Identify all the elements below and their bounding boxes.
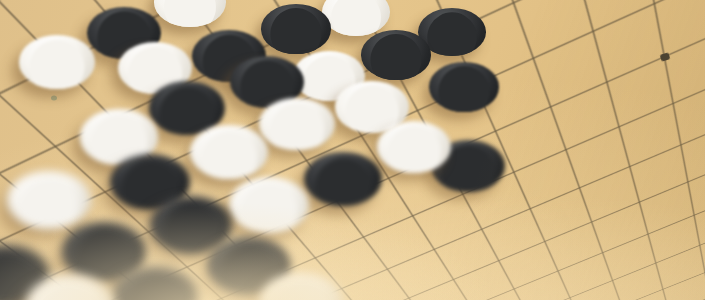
black-stone[interactable]: ● [261,4,332,53]
white-stone[interactable]: ● [259,98,334,151]
white-stone[interactable]: ● [154,0,225,27]
white-stone[interactable]: ● [322,0,391,36]
black-stone[interactable]: ● [429,62,500,112]
go-board-photo: ●●●●●●●●●●●●●●●●●●●●●●●●●●●●●● [0,0,705,300]
white-stone[interactable]: ● [19,35,95,88]
white-stone[interactable]: ● [377,121,452,173]
black-stone[interactable]: ● [304,152,381,206]
stones-layer: ●●●●●●●●●●●●●●●●●●●●●●●●●●●●●● [0,0,705,300]
white-stone[interactable]: ● [190,125,268,180]
white-stone[interactable]: ● [229,177,309,233]
black-stone[interactable]: ● [361,30,431,79]
white-stone[interactable]: ● [7,171,90,229]
